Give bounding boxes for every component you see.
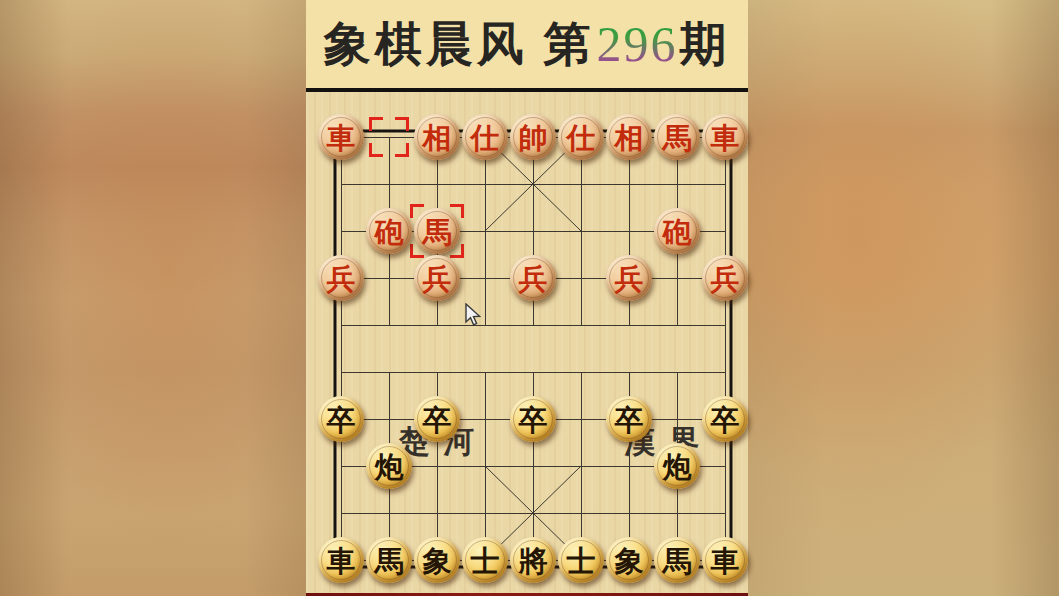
mouse-cursor-icon [465, 303, 483, 329]
piece-red-soldier[interactable]: 兵 [318, 255, 364, 301]
piece-red-horse[interactable]: 馬 [654, 114, 700, 160]
piece-black-horse[interactable]: 馬 [366, 537, 412, 583]
page-title-prefix: 象棋晨风 第 [324, 13, 595, 76]
piece-red-cannon[interactable]: 砲 [366, 208, 412, 254]
piece-black-horse[interactable]: 馬 [654, 537, 700, 583]
piece-red-elephant[interactable]: 相 [414, 114, 460, 160]
piece-black-advisor[interactable]: 士 [558, 537, 604, 583]
right-blur-margin [748, 0, 1059, 596]
video-frame: 象棋晨风 第296期 楚河 漢界 車相仕帥仕相馬車砲馬砲兵兵兵兵兵卒卒卒卒卒炮炮… [306, 0, 748, 596]
title-bar: 象棋晨风 第296期 [306, 0, 748, 88]
piece-red-general[interactable]: 帥 [510, 114, 556, 160]
piece-black-soldier[interactable]: 卒 [510, 396, 556, 442]
piece-red-chariot[interactable]: 車 [318, 114, 364, 160]
piece-black-advisor[interactable]: 士 [462, 537, 508, 583]
piece-black-chariot[interactable]: 車 [318, 537, 364, 583]
piece-red-elephant[interactable]: 相 [606, 114, 652, 160]
piece-red-advisor[interactable]: 仕 [558, 114, 604, 160]
piece-black-elephant[interactable]: 象 [414, 537, 460, 583]
piece-black-elephant[interactable]: 象 [606, 537, 652, 583]
episode-number: 296 [594, 15, 679, 73]
xiangqi-board[interactable]: 楚河 漢界 [306, 92, 748, 596]
last-move-from-marker [369, 117, 409, 157]
piece-red-soldier[interactable]: 兵 [702, 255, 748, 301]
piece-red-chariot[interactable]: 車 [702, 114, 748, 160]
piece-red-soldier[interactable]: 兵 [510, 255, 556, 301]
board-grid [306, 92, 748, 596]
piece-black-soldier[interactable]: 卒 [318, 396, 364, 442]
piece-black-general[interactable]: 將 [510, 537, 556, 583]
piece-black-cannon[interactable]: 炮 [654, 443, 700, 489]
piece-red-horse[interactable]: 馬 [414, 208, 460, 254]
piece-red-soldier[interactable]: 兵 [414, 255, 460, 301]
piece-red-advisor[interactable]: 仕 [462, 114, 508, 160]
piece-black-soldier[interactable]: 卒 [414, 396, 460, 442]
piece-red-cannon[interactable]: 砲 [654, 208, 700, 254]
left-blur-margin [0, 0, 306, 596]
piece-red-soldier[interactable]: 兵 [606, 255, 652, 301]
piece-black-soldier[interactable]: 卒 [702, 396, 748, 442]
piece-black-soldier[interactable]: 卒 [606, 396, 652, 442]
piece-black-chariot[interactable]: 車 [702, 537, 748, 583]
page-title-suffix: 期 [679, 13, 730, 76]
piece-black-cannon[interactable]: 炮 [366, 443, 412, 489]
